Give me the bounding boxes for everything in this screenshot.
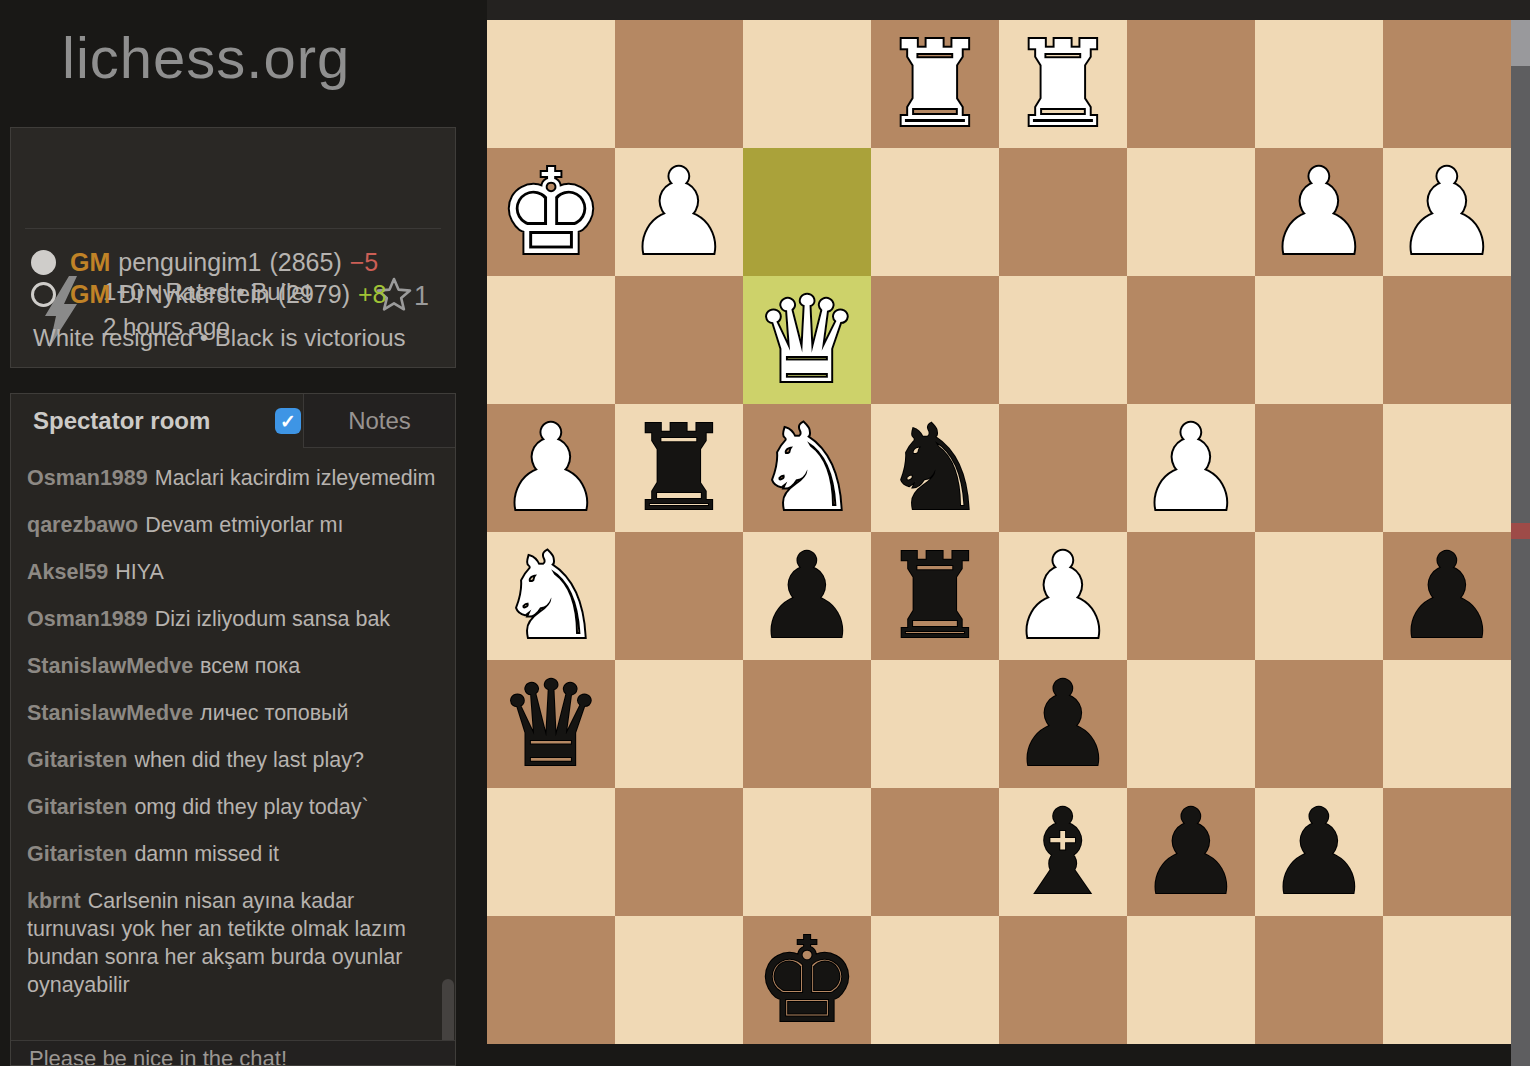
white-pawn[interactable]: ♟: [626, 148, 732, 276]
chat-text: Devam etmiyorlar mı: [145, 513, 343, 537]
square-f6[interactable]: [1127, 276, 1255, 404]
chat-username[interactable]: Osman1989: [27, 466, 148, 490]
chat-message: StanislawMedveличес топовый: [27, 699, 437, 727]
square-c1[interactable]: ♚: [743, 916, 871, 1044]
chat-text: HIYA: [115, 560, 164, 584]
square-d5[interactable]: ♞: [871, 404, 999, 532]
white-pawn[interactable]: ♟: [1138, 404, 1244, 532]
square-c5[interactable]: ♞: [743, 404, 871, 532]
checkmark-icon: ✓: [280, 410, 296, 433]
square-b1[interactable]: [615, 916, 743, 1044]
square-b7[interactable]: ♟: [615, 148, 743, 276]
black-pawn[interactable]: ♟: [1010, 660, 1116, 788]
lichess-logo[interactable]: lichess.org: [62, 24, 350, 91]
chat-text: Dizi izliyodum sansa bak: [155, 607, 390, 631]
square-a6[interactable]: [487, 276, 615, 404]
white-rating-diff: −5: [350, 248, 379, 277]
black-king[interactable]: ♚: [754, 916, 860, 1044]
white-color-icon: [31, 250, 56, 275]
black-queen[interactable]: ♛: [498, 660, 604, 788]
black-player-name[interactable]: DrNykterstein: [118, 280, 269, 309]
chat-message: Osman1989Maclari kacirdim izleyemedim: [27, 464, 437, 492]
square-b2[interactable]: [615, 788, 743, 916]
square-f8[interactable]: [1127, 20, 1255, 148]
square-d1[interactable]: [871, 916, 999, 1044]
chat-text: личес топовый: [200, 701, 348, 725]
page-scrollbar-thumb[interactable]: [1511, 20, 1530, 66]
white-pawn[interactable]: ♟: [1010, 532, 1116, 660]
chat-text: Carlsenin nisan ayına kadar turnuvası yo…: [27, 889, 406, 997]
square-e4[interactable]: ♟: [999, 532, 1127, 660]
black-knight[interactable]: ♞: [882, 404, 988, 532]
square-a1[interactable]: [487, 916, 615, 1044]
chess-board[interactable]: ♜♜♚♟♟♟♛♟♜♞♞♟♞♟♜♟♟♛♟♝♟♟♚: [487, 20, 1511, 1044]
square-c7[interactable]: [743, 148, 871, 276]
black-rating-diff: +8: [358, 280, 387, 309]
black-player-title: GM: [70, 280, 110, 309]
chat-text: when did they last play?: [134, 748, 363, 772]
chat-toggle-checkbox[interactable]: ✓: [275, 408, 301, 434]
chat-username[interactable]: Gitaristen: [27, 748, 127, 772]
square-e6[interactable]: [999, 276, 1127, 404]
square-b4[interactable]: [615, 532, 743, 660]
white-knight[interactable]: ♞: [498, 532, 604, 660]
square-h5[interactable]: [1383, 404, 1511, 532]
black-pawn[interactable]: ♟: [754, 532, 860, 660]
square-h1[interactable]: [1383, 916, 1511, 1044]
tab-notes[interactable]: Notes: [303, 394, 455, 448]
square-b8[interactable]: [615, 20, 743, 148]
chat-message: StanislawMedveвсем пока: [27, 652, 437, 680]
chat-username[interactable]: kbrnt: [27, 889, 81, 913]
chat-username[interactable]: StanislawMedve: [27, 654, 193, 678]
square-d2[interactable]: [871, 788, 999, 916]
black-color-icon: [31, 282, 56, 307]
square-h6[interactable]: [1383, 276, 1511, 404]
square-g8[interactable]: [1255, 20, 1383, 148]
white-knight[interactable]: ♞: [754, 404, 860, 532]
square-c6[interactable]: ♛: [743, 276, 871, 404]
black-player-row: GM DrNykterstein (2979) +8: [31, 279, 443, 309]
square-h2[interactable]: [1383, 788, 1511, 916]
square-e8[interactable]: ♜: [999, 20, 1127, 148]
square-f2[interactable]: ♟: [1127, 788, 1255, 916]
square-d8[interactable]: ♜: [871, 20, 999, 148]
square-h4[interactable]: ♟: [1383, 532, 1511, 660]
chat-message: Osman1989Dizi izliyodum sansa bak: [27, 605, 437, 633]
chat-message-list[interactable]: Osman1989Maclari kacirdim izleyemedim qa…: [11, 448, 455, 1046]
white-player-row: GM penguingim1 (2865) −5: [31, 247, 443, 277]
scrollbar-red-marker: [1511, 523, 1530, 539]
chat-text: всем пока: [200, 654, 300, 678]
square-a8[interactable]: [487, 20, 615, 148]
square-c8[interactable]: [743, 20, 871, 148]
square-g6[interactable]: [1255, 276, 1383, 404]
black-player-rating: (2979): [278, 280, 350, 309]
square-g5[interactable]: [1255, 404, 1383, 532]
square-c2[interactable]: [743, 788, 871, 916]
square-e2[interactable]: ♝: [999, 788, 1127, 916]
square-f4[interactable]: [1127, 532, 1255, 660]
chat-message: Gitaristenwhen did they last play?: [27, 746, 437, 774]
square-a4[interactable]: ♞: [487, 532, 615, 660]
square-h7[interactable]: ♟: [1383, 148, 1511, 276]
chat-message: kbrntCarlsenin nisan ayına kadar turnuva…: [27, 887, 437, 999]
chat-message: Gitaristendamn missed it: [27, 840, 437, 868]
white-rook[interactable]: ♜: [882, 20, 988, 148]
white-player-title: GM: [70, 248, 110, 277]
meta-divider: [25, 228, 441, 229]
square-a3[interactable]: ♛: [487, 660, 615, 788]
square-d4[interactable]: ♜: [871, 532, 999, 660]
white-king[interactable]: ♚: [498, 148, 604, 276]
square-a5[interactable]: ♟: [487, 404, 615, 532]
chat-username[interactable]: Gitaristen: [27, 795, 127, 819]
square-b5[interactable]: ♜: [615, 404, 743, 532]
square-a2[interactable]: [487, 788, 615, 916]
chat-username[interactable]: Gitaristen: [27, 842, 127, 866]
square-d7[interactable]: [871, 148, 999, 276]
chat-tab-row: Spectator room ✓ Notes: [11, 394, 455, 448]
chat-panel: Spectator room ✓ Notes Osman1989Maclari …: [10, 393, 456, 1066]
black-pawn[interactable]: ♟: [1138, 788, 1244, 916]
white-player-name[interactable]: penguingim1: [118, 248, 261, 277]
chat-username[interactable]: qarezbawo: [27, 513, 138, 537]
black-bishop[interactable]: ♝: [1010, 788, 1116, 916]
white-queen[interactable]: ♛: [754, 276, 860, 404]
white-pawn[interactable]: ♟: [498, 404, 604, 532]
square-b6[interactable]: [615, 276, 743, 404]
white-player-rating: (2865): [269, 248, 341, 277]
chat-notice: Please be nice in the chat!: [11, 1040, 455, 1065]
black-rook[interactable]: ♜: [882, 532, 988, 660]
white-pawn[interactable]: ♟: [1266, 148, 1372, 276]
game-result-text: White resigned • Black is victorious: [33, 324, 406, 352]
square-f7[interactable]: [1127, 148, 1255, 276]
square-c4[interactable]: ♟: [743, 532, 871, 660]
square-g7[interactable]: ♟: [1255, 148, 1383, 276]
black-pawn[interactable]: ♟: [1266, 788, 1372, 916]
square-g1[interactable]: [1255, 916, 1383, 1044]
square-e1[interactable]: [999, 916, 1127, 1044]
square-g2[interactable]: ♟: [1255, 788, 1383, 916]
square-e3[interactable]: ♟: [999, 660, 1127, 788]
square-g3[interactable]: [1255, 660, 1383, 788]
square-d6[interactable]: [871, 276, 999, 404]
square-h3[interactable]: [1383, 660, 1511, 788]
square-g4[interactable]: [1255, 532, 1383, 660]
chat-username[interactable]: Aksel59: [27, 560, 108, 584]
black-pawn[interactable]: ♟: [1394, 532, 1500, 660]
chat-message: Gitaristenomg did they play today`: [27, 793, 437, 821]
square-e5[interactable]: [999, 404, 1127, 532]
chat-text: damn missed it: [134, 842, 279, 866]
white-pawn[interactable]: ♟: [1394, 148, 1500, 276]
square-h8[interactable]: [1383, 20, 1511, 148]
board-top-gutter: [487, 0, 1530, 20]
tab-spectator-room[interactable]: Spectator room: [33, 407, 210, 435]
square-d3[interactable]: [871, 660, 999, 788]
game-meta-panel: 1+0 • Rated • Bullet 2 hours ago 1 GM pe…: [10, 127, 456, 368]
black-rook[interactable]: ♜: [626, 404, 732, 532]
square-e7[interactable]: [999, 148, 1127, 276]
chat-username[interactable]: StanislawMedve: [27, 701, 193, 725]
chat-message: qarezbawoDevam etmiyorlar mı: [27, 511, 437, 539]
chat-text: omg did they play today`: [134, 795, 368, 819]
square-f1[interactable]: [1127, 916, 1255, 1044]
square-a7[interactable]: ♚: [487, 148, 615, 276]
chat-scrollbar-thumb[interactable]: [442, 979, 454, 1049]
page-scrollbar[interactable]: [1511, 20, 1530, 1066]
square-f3[interactable]: [1127, 660, 1255, 788]
square-f5[interactable]: ♟: [1127, 404, 1255, 532]
square-b3[interactable]: [615, 660, 743, 788]
white-rook[interactable]: ♜: [1010, 20, 1116, 148]
square-c3[interactable]: [743, 660, 871, 788]
chat-text: Maclari kacirdim izleyemedim: [155, 466, 436, 490]
chat-message: Aksel59HIYA: [27, 558, 437, 586]
chat-username[interactable]: Osman1989: [27, 607, 148, 631]
